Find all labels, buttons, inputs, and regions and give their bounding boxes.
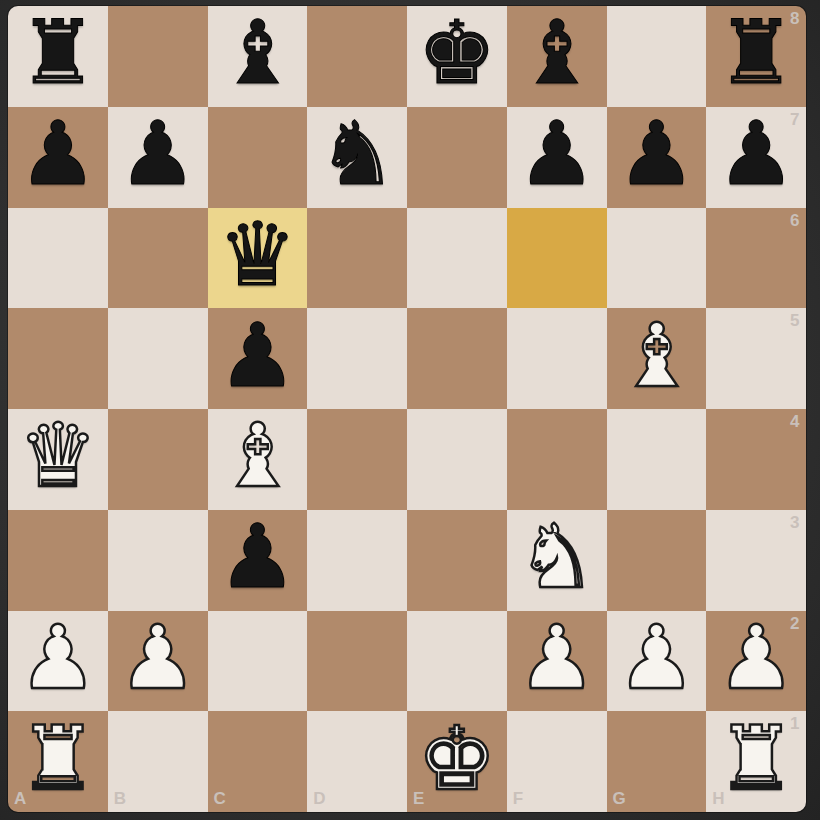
square-b2[interactable]: ♟ bbox=[108, 611, 208, 712]
piece-white-knight[interactable]: ♞ bbox=[517, 513, 596, 601]
piece-black-queen[interactable]: ♛ bbox=[218, 211, 297, 299]
piece-white-pawn[interactable]: ♟ bbox=[517, 614, 596, 702]
square-c1[interactable]: C bbox=[208, 711, 308, 812]
square-h2[interactable]: ♟2 bbox=[706, 611, 806, 712]
chess-board: ♜♝♚♝♜8♟♟♞♟♟♟7♛6♟♝5♛♝4♟♞3♟♟♟♟♟2♜ABCD♚EFG♜… bbox=[8, 6, 806, 812]
piece-white-pawn[interactable]: ♟ bbox=[617, 614, 696, 702]
piece-black-pawn[interactable]: ♟ bbox=[617, 110, 696, 198]
square-f2[interactable]: ♟ bbox=[507, 611, 607, 712]
square-c8[interactable]: ♝ bbox=[208, 6, 308, 107]
piece-white-king[interactable]: ♚ bbox=[417, 715, 496, 803]
square-d2[interactable] bbox=[307, 611, 407, 712]
square-d7[interactable]: ♞ bbox=[307, 107, 407, 208]
square-g4[interactable] bbox=[607, 409, 707, 510]
square-c2[interactable] bbox=[208, 611, 308, 712]
piece-white-rook[interactable]: ♜ bbox=[18, 715, 97, 803]
square-f7[interactable]: ♟ bbox=[507, 107, 607, 208]
square-e2[interactable] bbox=[407, 611, 507, 712]
piece-black-knight[interactable]: ♞ bbox=[318, 110, 397, 198]
square-f6[interactable] bbox=[507, 208, 607, 309]
rank-label-3: 3 bbox=[790, 513, 800, 533]
square-h3[interactable]: 3 bbox=[706, 510, 806, 611]
square-e7[interactable] bbox=[407, 107, 507, 208]
square-a6[interactable] bbox=[8, 208, 108, 309]
piece-white-pawn[interactable]: ♟ bbox=[118, 614, 197, 702]
square-e6[interactable] bbox=[407, 208, 507, 309]
piece-white-rook[interactable]: ♜ bbox=[717, 715, 796, 803]
square-a1[interactable]: ♜A bbox=[8, 711, 108, 812]
piece-white-pawn[interactable]: ♟ bbox=[18, 614, 97, 702]
square-f1[interactable]: F bbox=[507, 711, 607, 812]
square-d8[interactable] bbox=[307, 6, 407, 107]
piece-black-pawn[interactable]: ♟ bbox=[517, 110, 596, 198]
square-d5[interactable] bbox=[307, 308, 407, 409]
square-a7[interactable]: ♟ bbox=[8, 107, 108, 208]
square-a2[interactable]: ♟ bbox=[8, 611, 108, 712]
piece-black-pawn[interactable]: ♟ bbox=[18, 110, 97, 198]
square-d6[interactable] bbox=[307, 208, 407, 309]
rank-label-5: 5 bbox=[790, 311, 800, 331]
square-b4[interactable] bbox=[108, 409, 208, 510]
square-a5[interactable] bbox=[8, 308, 108, 409]
square-b8[interactable] bbox=[108, 6, 208, 107]
square-d4[interactable] bbox=[307, 409, 407, 510]
square-b5[interactable] bbox=[108, 308, 208, 409]
square-b3[interactable] bbox=[108, 510, 208, 611]
piece-white-bishop[interactable]: ♝ bbox=[617, 312, 696, 400]
piece-black-bishop[interactable]: ♝ bbox=[218, 9, 297, 97]
square-a3[interactable] bbox=[8, 510, 108, 611]
file-label-d: D bbox=[313, 789, 326, 809]
square-b6[interactable] bbox=[108, 208, 208, 309]
app-background: ♜♝♚♝♜8♟♟♞♟♟♟7♛6♟♝5♛♝4♟♞3♟♟♟♟♟2♜ABCD♚EFG♜… bbox=[0, 0, 820, 820]
square-d1[interactable]: D bbox=[307, 711, 407, 812]
square-c5[interactable]: ♟ bbox=[208, 308, 308, 409]
square-h1[interactable]: ♜1H bbox=[706, 711, 806, 812]
square-e4[interactable] bbox=[407, 409, 507, 510]
square-e5[interactable] bbox=[407, 308, 507, 409]
square-c3[interactable]: ♟ bbox=[208, 510, 308, 611]
rank-label-6: 6 bbox=[790, 211, 800, 231]
rank-label-4: 4 bbox=[790, 412, 800, 432]
square-d3[interactable] bbox=[307, 510, 407, 611]
square-g1[interactable]: G bbox=[607, 711, 707, 812]
piece-black-pawn[interactable]: ♟ bbox=[717, 110, 796, 198]
piece-black-king[interactable]: ♚ bbox=[417, 9, 496, 97]
square-f5[interactable] bbox=[507, 308, 607, 409]
square-e8[interactable]: ♚ bbox=[407, 6, 507, 107]
square-b1[interactable]: B bbox=[108, 711, 208, 812]
file-label-b: B bbox=[114, 789, 127, 809]
square-g5[interactable]: ♝ bbox=[607, 308, 707, 409]
square-a8[interactable]: ♜ bbox=[8, 6, 108, 107]
piece-black-pawn[interactable]: ♟ bbox=[218, 513, 297, 601]
piece-black-rook[interactable]: ♜ bbox=[18, 9, 97, 97]
square-c4[interactable]: ♝ bbox=[208, 409, 308, 510]
square-e1[interactable]: ♚E bbox=[407, 711, 507, 812]
file-label-g: G bbox=[613, 789, 627, 809]
square-g6[interactable] bbox=[607, 208, 707, 309]
square-h7[interactable]: ♟7 bbox=[706, 107, 806, 208]
square-f3[interactable]: ♞ bbox=[507, 510, 607, 611]
piece-white-queen[interactable]: ♛ bbox=[18, 412, 97, 500]
file-label-c: C bbox=[214, 789, 227, 809]
square-h8[interactable]: ♜8 bbox=[706, 6, 806, 107]
square-h5[interactable]: 5 bbox=[706, 308, 806, 409]
piece-white-bishop[interactable]: ♝ bbox=[218, 412, 297, 500]
square-e3[interactable] bbox=[407, 510, 507, 611]
piece-black-pawn[interactable]: ♟ bbox=[118, 110, 197, 198]
square-h4[interactable]: 4 bbox=[706, 409, 806, 510]
square-c6[interactable]: ♛ bbox=[208, 208, 308, 309]
square-f4[interactable] bbox=[507, 409, 607, 510]
square-g3[interactable] bbox=[607, 510, 707, 611]
square-b7[interactable]: ♟ bbox=[108, 107, 208, 208]
piece-black-rook[interactable]: ♜ bbox=[717, 9, 796, 97]
piece-black-bishop[interactable]: ♝ bbox=[517, 9, 596, 97]
square-a4[interactable]: ♛ bbox=[8, 409, 108, 510]
square-g7[interactable]: ♟ bbox=[607, 107, 707, 208]
piece-white-pawn[interactable]: ♟ bbox=[717, 614, 796, 702]
piece-black-pawn[interactable]: ♟ bbox=[218, 312, 297, 400]
square-f8[interactable]: ♝ bbox=[507, 6, 607, 107]
file-label-f: F bbox=[513, 789, 524, 809]
square-c7[interactable] bbox=[208, 107, 308, 208]
square-g8[interactable] bbox=[607, 6, 707, 107]
square-h6[interactable]: 6 bbox=[706, 208, 806, 309]
square-g2[interactable]: ♟ bbox=[607, 611, 707, 712]
